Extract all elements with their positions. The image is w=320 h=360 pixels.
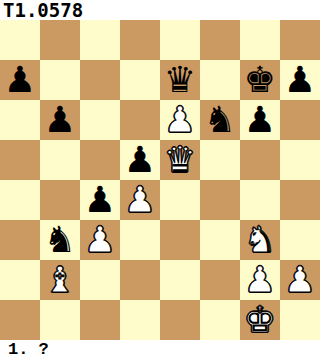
square-h6[interactable] — [280, 100, 320, 140]
piece-white-queen[interactable]: ♛ — [164, 142, 196, 178]
square-e6[interactable]: ♟ — [160, 100, 200, 140]
square-g1[interactable]: ♚ — [240, 300, 280, 340]
square-c8[interactable] — [80, 20, 120, 60]
square-f7[interactable] — [200, 60, 240, 100]
square-d2[interactable] — [120, 260, 160, 300]
square-f2[interactable] — [200, 260, 240, 300]
square-e5[interactable]: ♛ — [160, 140, 200, 180]
piece-white-king[interactable]: ♚ — [244, 302, 276, 338]
square-g3[interactable]: ♞ — [240, 220, 280, 260]
square-e1[interactable] — [160, 300, 200, 340]
piece-black-pawn[interactable]: ♟ — [284, 62, 316, 98]
square-h3[interactable] — [280, 220, 320, 260]
square-c4[interactable]: ♟ — [80, 180, 120, 220]
square-h1[interactable] — [280, 300, 320, 340]
piece-black-pawn[interactable]: ♟ — [44, 102, 76, 138]
piece-white-pawn[interactable]: ♟ — [84, 222, 116, 258]
piece-white-pawn[interactable]: ♟ — [284, 262, 316, 298]
square-h2[interactable]: ♟ — [280, 260, 320, 300]
chess-board: ♟♛♚♟♟♟♞♟♟♛♟♟♞♟♞♝♟♟♚ — [0, 20, 320, 340]
piece-white-bishop[interactable]: ♝ — [44, 262, 76, 298]
square-e8[interactable] — [160, 20, 200, 60]
square-e3[interactable] — [160, 220, 200, 260]
square-g6[interactable]: ♟ — [240, 100, 280, 140]
square-b8[interactable] — [40, 20, 80, 60]
square-d7[interactable] — [120, 60, 160, 100]
piece-black-pawn[interactable]: ♟ — [124, 142, 156, 178]
square-b7[interactable] — [40, 60, 80, 100]
piece-black-pawn[interactable]: ♟ — [244, 102, 276, 138]
square-b1[interactable] — [40, 300, 80, 340]
square-a5[interactable] — [0, 140, 40, 180]
square-b2[interactable]: ♝ — [40, 260, 80, 300]
chess-puzzle-page: T1.0578 ♟♛♚♟♟♟♞♟♟♛♟♟♞♟♞♝♟♟♚ 1. ? — [0, 0, 320, 360]
square-c1[interactable] — [80, 300, 120, 340]
square-a4[interactable] — [0, 180, 40, 220]
square-h8[interactable] — [280, 20, 320, 60]
move-prompt: 1. ? — [0, 340, 320, 360]
piece-black-queen[interactable]: ♛ — [164, 62, 196, 98]
square-c6[interactable] — [80, 100, 120, 140]
piece-white-pawn[interactable]: ♟ — [244, 262, 276, 298]
square-g2[interactable]: ♟ — [240, 260, 280, 300]
puzzle-id: T1.0578 — [0, 0, 320, 20]
square-e7[interactable]: ♛ — [160, 60, 200, 100]
square-c3[interactable]: ♟ — [80, 220, 120, 260]
square-d3[interactable] — [120, 220, 160, 260]
square-h5[interactable] — [280, 140, 320, 180]
square-a1[interactable] — [0, 300, 40, 340]
piece-white-pawn[interactable]: ♟ — [164, 102, 196, 138]
square-b4[interactable] — [40, 180, 80, 220]
piece-black-knight[interactable]: ♞ — [44, 222, 76, 258]
square-g7[interactable]: ♚ — [240, 60, 280, 100]
square-a7[interactable]: ♟ — [0, 60, 40, 100]
square-e2[interactable] — [160, 260, 200, 300]
square-d5[interactable]: ♟ — [120, 140, 160, 180]
square-h4[interactable] — [280, 180, 320, 220]
square-f3[interactable] — [200, 220, 240, 260]
square-a3[interactable] — [0, 220, 40, 260]
square-b3[interactable]: ♞ — [40, 220, 80, 260]
square-a6[interactable] — [0, 100, 40, 140]
square-b5[interactable] — [40, 140, 80, 180]
square-g8[interactable] — [240, 20, 280, 60]
piece-black-king[interactable]: ♚ — [244, 62, 276, 98]
square-f6[interactable]: ♞ — [200, 100, 240, 140]
square-e4[interactable] — [160, 180, 200, 220]
piece-black-pawn[interactable]: ♟ — [84, 182, 116, 218]
square-g5[interactable] — [240, 140, 280, 180]
piece-white-pawn[interactable]: ♟ — [124, 182, 156, 218]
square-c2[interactable] — [80, 260, 120, 300]
square-f8[interactable] — [200, 20, 240, 60]
square-g4[interactable] — [240, 180, 280, 220]
piece-black-knight[interactable]: ♞ — [204, 102, 236, 138]
piece-black-pawn[interactable]: ♟ — [4, 62, 36, 98]
piece-white-knight[interactable]: ♞ — [244, 222, 276, 258]
square-d6[interactable] — [120, 100, 160, 140]
square-d1[interactable] — [120, 300, 160, 340]
square-c7[interactable] — [80, 60, 120, 100]
square-d8[interactable] — [120, 20, 160, 60]
square-f5[interactable] — [200, 140, 240, 180]
square-d4[interactable]: ♟ — [120, 180, 160, 220]
square-f1[interactable] — [200, 300, 240, 340]
square-b6[interactable]: ♟ — [40, 100, 80, 140]
square-a8[interactable] — [0, 20, 40, 60]
square-c5[interactable] — [80, 140, 120, 180]
square-a2[interactable] — [0, 260, 40, 300]
square-h7[interactable]: ♟ — [280, 60, 320, 100]
square-f4[interactable] — [200, 180, 240, 220]
